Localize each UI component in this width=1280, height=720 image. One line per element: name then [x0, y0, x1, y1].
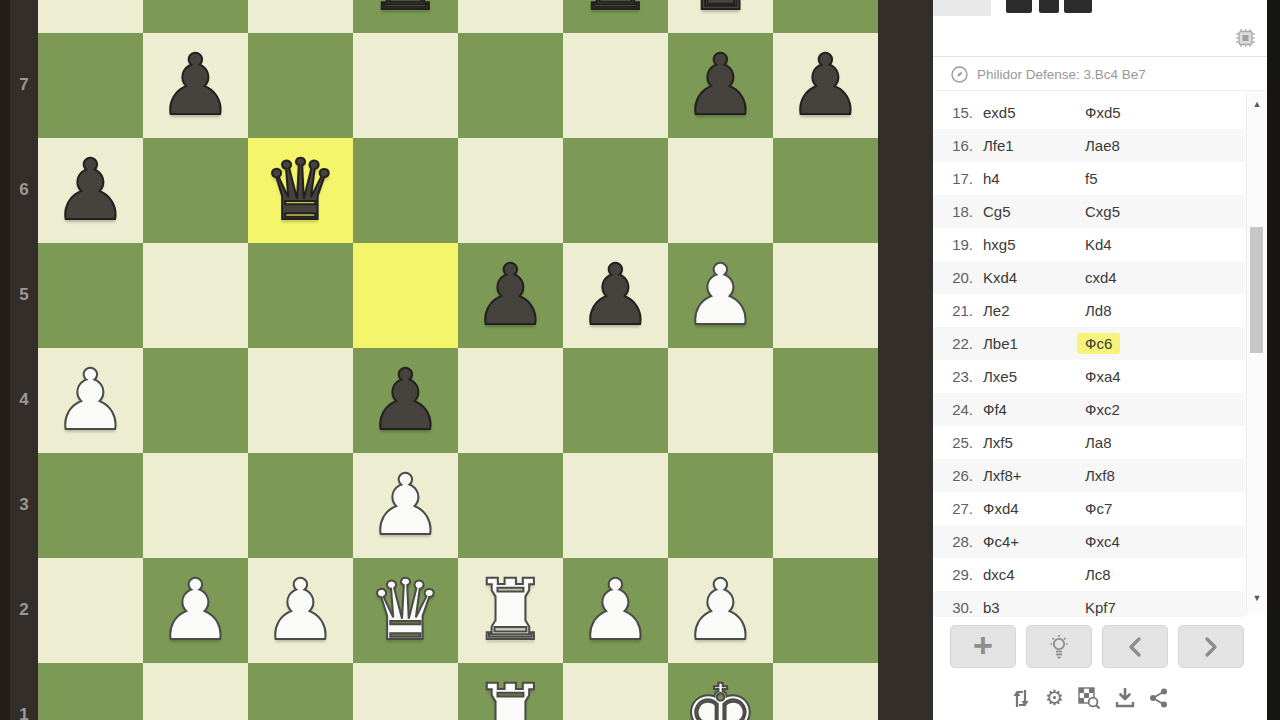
engine-chip-icon[interactable] — [1236, 29, 1255, 47]
square-e7[interactable] — [458, 33, 563, 138]
square-a2[interactable] — [38, 558, 143, 663]
square-f4[interactable] — [563, 348, 668, 453]
move-row-28: 28.Фc4+Фxc4 — [933, 525, 1245, 558]
rank-label-1: 1 — [10, 704, 38, 720]
square-d3[interactable]: ♟ — [353, 453, 458, 558]
square-a8[interactable] — [38, 0, 143, 33]
square-a6[interactable]: ♟ — [38, 138, 143, 243]
square-g2[interactable]: ♟ — [668, 558, 773, 663]
panel-top-bar — [933, 0, 1267, 57]
piece-black-rook: ♜ — [578, 0, 653, 33]
piece-black-queen: ♛ — [263, 138, 338, 243]
square-h6[interactable] — [773, 138, 878, 243]
white-move[interactable]: Kxd4 — [983, 269, 1075, 286]
top-gray-block — [933, 0, 991, 16]
white-move[interactable]: Ле2 — [983, 302, 1075, 319]
piece-white-pawn: ♟ — [263, 558, 338, 663]
black-move[interactable]: Лae8 — [1085, 137, 1245, 154]
square-c4[interactable] — [248, 348, 353, 453]
white-move[interactable]: Лfe1 — [983, 137, 1075, 154]
rank-label-7: 7 — [10, 74, 38, 96]
piece-black-rook: ♜ — [368, 0, 443, 33]
square-c1[interactable] — [248, 663, 353, 720]
plus-icon: + — [973, 628, 993, 662]
move-number: 21. — [943, 302, 973, 319]
square-f1[interactable] — [563, 663, 668, 720]
analysis-panel: Philidor Defense: 3.Bc4 Be7 15.exd5Фxd51… — [933, 0, 1267, 720]
chevron-left-icon — [1127, 636, 1143, 658]
white-move[interactable]: Фf4 — [983, 401, 1075, 418]
move-list-scrollbar[interactable]: ▲ ▼ — [1246, 93, 1266, 614]
black-move[interactable]: Фc7 — [1085, 500, 1245, 517]
piece-white-queen: ♛ — [368, 558, 443, 663]
square-g3[interactable] — [668, 453, 773, 558]
square-d2[interactable]: ♛ — [353, 558, 458, 663]
move-row-25: 25.Лxf5Ла8 — [933, 426, 1245, 459]
square-f5[interactable]: ♟ — [563, 243, 668, 348]
white-move[interactable]: Лxe5 — [983, 368, 1075, 385]
scroll-down-arrow[interactable]: ▼ — [1247, 591, 1267, 605]
piece-white-pawn: ♟ — [368, 453, 443, 558]
square-c6[interactable]: ♛ — [248, 138, 353, 243]
square-g1[interactable]: ♚ — [668, 663, 773, 720]
move-number: 26. — [943, 467, 973, 484]
square-d5[interactable] — [353, 243, 458, 348]
piece-white-rook: ♜ — [473, 663, 548, 720]
square-d4[interactable]: ♟ — [353, 348, 458, 453]
square-d8[interactable]: ♜ — [353, 0, 458, 33]
square-h8[interactable] — [773, 0, 878, 33]
move-row-27: 27.Фxd4Фc7 — [933, 492, 1245, 525]
move-list: 15.exd5Фxd516.Лfe1Лae817.h4f518.Cg5Cxg51… — [933, 92, 1245, 617]
square-f6[interactable] — [563, 138, 668, 243]
opening-name: Philidor Defense: 3.Bc4 Be7 — [977, 67, 1146, 82]
add-move-button[interactable]: + — [950, 625, 1016, 668]
rank-label-3: 3 — [10, 494, 38, 516]
white-move[interactable]: Лbe1 — [983, 335, 1075, 352]
control-buttons: + — [950, 625, 1244, 668]
piece-black-pawn: ♟ — [578, 243, 653, 348]
white-move[interactable]: Лxf5 — [983, 434, 1075, 451]
white-move[interactable]: b3 — [983, 599, 1075, 616]
square-f2[interactable]: ♟ — [563, 558, 668, 663]
move-row-15: 15.exd5Фxd5 — [933, 96, 1245, 129]
hint-button[interactable] — [1026, 625, 1092, 668]
black-move[interactable]: Лd8 — [1085, 302, 1245, 319]
square-e1[interactable]: ♜ — [458, 663, 563, 720]
black-move[interactable]: Лxf8 — [1085, 467, 1245, 484]
square-h2[interactable] — [773, 558, 878, 663]
move-number: 19. — [943, 236, 973, 253]
square-e5[interactable]: ♟ — [458, 243, 563, 348]
board-search-icon[interactable] — [1078, 687, 1101, 709]
rank-label-2: 2 — [10, 599, 38, 621]
white-move[interactable]: exd5 — [983, 104, 1075, 121]
black-move[interactable]: Фxa4 — [1085, 368, 1245, 385]
move-number: 29. — [943, 566, 973, 583]
square-b8[interactable] — [143, 0, 248, 33]
next-move-button[interactable] — [1178, 625, 1244, 668]
black-move[interactable]: f5 — [1085, 170, 1245, 187]
white-move[interactable]: Cg5 — [983, 203, 1075, 220]
move-row-20: 20.Kxd4cxd4 — [933, 261, 1245, 294]
black-move[interactable]: Фxc2 — [1085, 401, 1245, 418]
square-e6[interactable] — [458, 138, 563, 243]
move-number: 30. — [943, 599, 973, 616]
square-c2[interactable]: ♟ — [248, 558, 353, 663]
move-number: 18. — [943, 203, 973, 220]
black-move[interactable]: cxd4 — [1085, 269, 1245, 286]
square-a1[interactable] — [38, 663, 143, 720]
move-row-16: 16.Лfe1Лae8 — [933, 129, 1245, 162]
opening-book-icon — [951, 66, 968, 83]
rank-label-6: 6 — [10, 179, 38, 201]
right-dark-strip — [1267, 0, 1280, 720]
square-f3[interactable] — [563, 453, 668, 558]
move-row-19: 19.hxg5Kd4 — [933, 228, 1245, 261]
move-number: 20. — [943, 269, 973, 286]
board-area: 87654321 ♜♜♚♟♟♟♟♛♟♟♟♟♟♟♟♟♛♜♟♟♜♚ — [10, 0, 933, 720]
piece-black-pawn: ♟ — [158, 33, 233, 138]
square-a3[interactable] — [38, 453, 143, 558]
piece-black-king: ♚ — [683, 0, 758, 33]
move-row-21: 21.Ле2Лd8 — [933, 294, 1245, 327]
move-number: 23. — [943, 368, 973, 385]
square-c5[interactable] — [248, 243, 353, 348]
move-number: 28. — [943, 533, 973, 550]
move-number: 16. — [943, 137, 973, 154]
cutoff-header-glyph — [1064, 0, 1092, 13]
square-c8[interactable] — [248, 0, 353, 33]
move-row-17: 17.h4f5 — [933, 162, 1245, 195]
square-e4[interactable] — [458, 348, 563, 453]
black-move[interactable]: Лc8 — [1085, 566, 1245, 583]
piece-white-pawn: ♟ — [683, 558, 758, 663]
piece-black-pawn: ♟ — [368, 348, 443, 453]
move-number: 22. — [943, 335, 973, 352]
piece-white-king: ♚ — [683, 663, 758, 720]
flip-board-icon[interactable] — [1011, 688, 1031, 709]
move-number: 27. — [943, 500, 973, 517]
rank-label-4: 4 — [10, 389, 38, 411]
square-g7[interactable]: ♟ — [668, 33, 773, 138]
move-number: 24. — [943, 401, 973, 418]
square-h1[interactable] — [773, 663, 878, 720]
black-move[interactable]: Фxd5 — [1085, 104, 1245, 121]
previous-move-button[interactable] — [1102, 625, 1168, 668]
footer-icon-row: ⚙ — [933, 684, 1246, 712]
move-row-24: 24.Фf4Фxc2 — [933, 393, 1245, 426]
square-b4[interactable] — [143, 348, 248, 453]
move-row-29: 29.dxc4Лc8 — [933, 558, 1245, 591]
piece-white-rook: ♜ — [473, 558, 548, 663]
square-b6[interactable] — [143, 138, 248, 243]
square-c7[interactable] — [248, 33, 353, 138]
square-b1[interactable] — [143, 663, 248, 720]
move-number: 15. — [943, 104, 973, 121]
move-number: 17. — [943, 170, 973, 187]
square-d1[interactable] — [353, 663, 458, 720]
square-h7[interactable]: ♟ — [773, 33, 878, 138]
white-move[interactable]: Фxd4 — [983, 500, 1075, 517]
square-g8[interactable]: ♚ — [668, 0, 773, 33]
square-a7[interactable] — [38, 33, 143, 138]
white-move[interactable]: Фc4+ — [983, 533, 1075, 550]
left-dark-strip — [0, 0, 10, 720]
move-row-30: 30.b3Kpf7 — [933, 591, 1245, 617]
move-row-23: 23.Лxe5Фxa4 — [933, 360, 1245, 393]
share-icon[interactable] — [1149, 688, 1168, 708]
piece-black-pawn: ♟ — [473, 243, 548, 348]
piece-black-pawn: ♟ — [788, 33, 863, 138]
square-a4[interactable]: ♟ — [38, 348, 143, 453]
move-number: 25. — [943, 434, 973, 451]
piece-white-pawn: ♟ — [683, 243, 758, 348]
black-move[interactable]: Фc6 — [1085, 335, 1245, 352]
black-move[interactable]: Ла8 — [1085, 434, 1245, 451]
square-e8[interactable] — [458, 0, 563, 33]
white-move[interactable]: dxc4 — [983, 566, 1075, 583]
square-d6[interactable] — [353, 138, 458, 243]
scroll-up-arrow[interactable]: ▲ — [1247, 97, 1267, 111]
square-e2[interactable]: ♜ — [458, 558, 563, 663]
white-move[interactable]: h4 — [983, 170, 1075, 187]
square-d7[interactable] — [353, 33, 458, 138]
square-g6[interactable] — [668, 138, 773, 243]
opening-name-row[interactable]: Philidor Defense: 3.Bc4 Be7 — [933, 58, 1267, 91]
download-icon[interactable] — [1115, 688, 1135, 708]
white-move[interactable]: hxg5 — [983, 236, 1075, 253]
square-a5[interactable] — [38, 243, 143, 348]
square-b3[interactable] — [143, 453, 248, 558]
chevron-right-icon — [1203, 636, 1219, 658]
scroll-thumb[interactable] — [1250, 227, 1263, 353]
square-c3[interactable] — [248, 453, 353, 558]
chess-board[interactable]: ♜♜♚♟♟♟♟♛♟♟♟♟♟♟♟♟♛♜♟♟♜♚ — [38, 0, 878, 720]
square-g4[interactable] — [668, 348, 773, 453]
black-move[interactable]: Cxg5 — [1085, 203, 1245, 220]
piece-white-pawn: ♟ — [578, 558, 653, 663]
move-row-22: 22.Лbe1Фc6 — [933, 327, 1245, 360]
square-h3[interactable] — [773, 453, 878, 558]
piece-white-pawn: ♟ — [53, 348, 128, 453]
piece-black-pawn: ♟ — [53, 138, 128, 243]
cutoff-header-glyph — [1039, 0, 1059, 13]
piece-black-pawn: ♟ — [683, 33, 758, 138]
square-b5[interactable] — [143, 243, 248, 348]
white-move[interactable]: Лxf8+ — [983, 467, 1075, 484]
piece-white-pawn: ♟ — [158, 558, 233, 663]
lightbulb-icon — [1048, 634, 1070, 660]
square-g5[interactable]: ♟ — [668, 243, 773, 348]
square-f8[interactable]: ♜ — [563, 0, 668, 33]
move-row-18: 18.Cg5Cxg5 — [933, 195, 1245, 228]
square-b7[interactable]: ♟ — [143, 33, 248, 138]
black-move[interactable]: Фxc4 — [1085, 533, 1245, 550]
square-h4[interactable] — [773, 348, 878, 453]
move-row-26: 26.Лxf8+Лxf8 — [933, 459, 1245, 492]
square-h5[interactable] — [773, 243, 878, 348]
black-move[interactable]: Kpf7 — [1085, 599, 1245, 616]
square-f7[interactable] — [563, 33, 668, 138]
cutoff-header-glyph — [1006, 0, 1032, 13]
square-b2[interactable]: ♟ — [143, 558, 248, 663]
square-e3[interactable] — [458, 453, 563, 558]
black-move[interactable]: Kd4 — [1085, 236, 1245, 253]
rank-label-5: 5 — [10, 284, 38, 306]
settings-gear-icon[interactable]: ⚙ — [1045, 688, 1064, 709]
